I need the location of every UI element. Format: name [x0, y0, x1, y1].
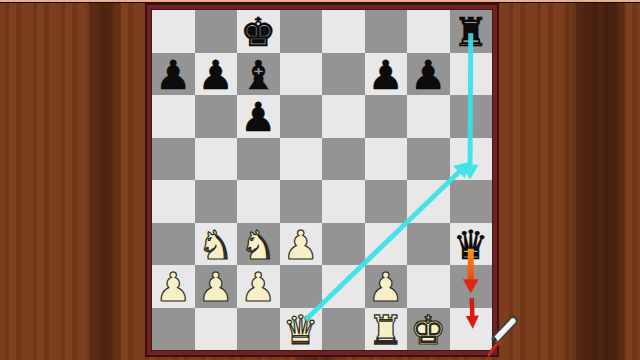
piece-black-pawn-a7[interactable]: ♟: [155, 53, 191, 95]
square-f2[interactable]: ♟: [365, 265, 408, 308]
square-d7[interactable]: [280, 53, 323, 96]
square-e2[interactable]: [322, 265, 365, 308]
square-g2[interactable]: [407, 265, 450, 308]
square-b1[interactable]: [195, 308, 238, 351]
square-h8[interactable]: ♜: [450, 10, 493, 53]
board-grid: ♚♜♟♟♝♟♟♟♞♞♟♛♟♟♟♟♛♜♚: [152, 10, 492, 350]
square-c4[interactable]: [237, 180, 280, 223]
square-c8[interactable]: ♚: [237, 10, 280, 53]
square-b2[interactable]: ♟: [195, 265, 238, 308]
piece-black-queen-h3[interactable]: ♛: [453, 223, 489, 265]
piece-black-bishop-c7[interactable]: ♝: [240, 53, 276, 95]
square-c5[interactable]: [237, 138, 280, 181]
square-e5[interactable]: [322, 138, 365, 181]
square-c3[interactable]: ♞: [237, 223, 280, 266]
square-a7[interactable]: ♟: [152, 53, 195, 96]
piece-black-pawn-b7[interactable]: ♟: [198, 53, 234, 95]
square-b6[interactable]: [195, 95, 238, 138]
square-f1[interactable]: ♜: [365, 308, 408, 351]
piece-white-king-g1[interactable]: ♚: [410, 308, 446, 350]
square-h3[interactable]: ♛: [450, 223, 493, 266]
square-h2[interactable]: [450, 265, 493, 308]
chess-board: ♚♜♟♟♝♟♟♟♞♞♟♛♟♟♟♟♛♜♚: [146, 4, 498, 356]
piece-white-queen-d1[interactable]: ♛: [283, 308, 319, 350]
square-c6[interactable]: ♟: [237, 95, 280, 138]
square-d5[interactable]: [280, 138, 323, 181]
square-b7[interactable]: ♟: [195, 53, 238, 96]
square-h5[interactable]: [450, 138, 493, 181]
square-h4[interactable]: [450, 180, 493, 223]
square-g7[interactable]: ♟: [407, 53, 450, 96]
square-a4[interactable]: [152, 180, 195, 223]
square-c2[interactable]: ♟: [237, 265, 280, 308]
square-g3[interactable]: [407, 223, 450, 266]
square-f3[interactable]: [365, 223, 408, 266]
piece-black-king-c8[interactable]: ♚: [240, 10, 276, 52]
square-a5[interactable]: [152, 138, 195, 181]
square-d6[interactable]: [280, 95, 323, 138]
piece-white-pawn-a2[interactable]: ♟: [155, 265, 191, 307]
piece-black-pawn-f7[interactable]: ♟: [368, 53, 404, 95]
square-a6[interactable]: [152, 95, 195, 138]
square-e7[interactable]: [322, 53, 365, 96]
piece-black-pawn-c6[interactable]: ♟: [240, 95, 276, 137]
piece-white-pawn-b2[interactable]: ♟: [198, 265, 234, 307]
square-f4[interactable]: [365, 180, 408, 223]
square-a3[interactable]: [152, 223, 195, 266]
square-e3[interactable]: [322, 223, 365, 266]
square-g6[interactable]: [407, 95, 450, 138]
square-f6[interactable]: [365, 95, 408, 138]
table-edge: [0, 0, 640, 3]
square-d1[interactable]: ♛: [280, 308, 323, 351]
square-b8[interactable]: [195, 10, 238, 53]
square-h7[interactable]: [450, 53, 493, 96]
square-g5[interactable]: [407, 138, 450, 181]
piece-white-pawn-f2[interactable]: ♟: [368, 265, 404, 307]
piece-white-rook-f1[interactable]: ♜: [368, 308, 404, 350]
piece-white-pawn-d3[interactable]: ♟: [283, 223, 319, 265]
square-e4[interactable]: [322, 180, 365, 223]
square-d2[interactable]: [280, 265, 323, 308]
square-b5[interactable]: [195, 138, 238, 181]
square-g1[interactable]: ♚: [407, 308, 450, 351]
square-e8[interactable]: [322, 10, 365, 53]
square-d3[interactable]: ♟: [280, 223, 323, 266]
video-frame: ♚♜♟♟♝♟♟♟♞♞♟♛♟♟♟♟♛♜♚: [0, 0, 640, 360]
piece-white-pawn-c2[interactable]: ♟: [240, 265, 276, 307]
square-e1[interactable]: [322, 308, 365, 351]
square-a1[interactable]: [152, 308, 195, 351]
piece-white-knight-b3[interactable]: ♞: [198, 223, 234, 265]
square-d8[interactable]: [280, 10, 323, 53]
square-e6[interactable]: [322, 95, 365, 138]
square-d4[interactable]: [280, 180, 323, 223]
square-h6[interactable]: [450, 95, 493, 138]
square-b4[interactable]: [195, 180, 238, 223]
square-c1[interactable]: [237, 308, 280, 351]
square-f8[interactable]: [365, 10, 408, 53]
square-a2[interactable]: ♟: [152, 265, 195, 308]
square-g4[interactable]: [407, 180, 450, 223]
square-f7[interactable]: ♟: [365, 53, 408, 96]
piece-black-rook-h8[interactable]: ♜: [453, 10, 489, 52]
piece-black-pawn-g7[interactable]: ♟: [410, 53, 446, 95]
square-a8[interactable]: [152, 10, 195, 53]
piece-white-knight-c3[interactable]: ♞: [240, 223, 276, 265]
square-f5[interactable]: [365, 138, 408, 181]
square-b3[interactable]: ♞: [195, 223, 238, 266]
square-g8[interactable]: [407, 10, 450, 53]
square-c7[interactable]: ♝: [237, 53, 280, 96]
square-h1[interactable]: [450, 308, 493, 351]
